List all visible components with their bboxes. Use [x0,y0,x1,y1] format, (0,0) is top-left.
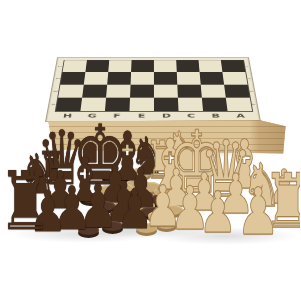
chess-case: HGFEDCBA 1234 1234 [45,57,261,122]
board-square [154,85,178,98]
file-label: B [203,112,229,122]
board-square [80,98,106,112]
pawn-glyph: ♟ [43,164,78,216]
board-square [105,98,130,112]
dark-knight-piece: ♞ [11,147,66,202]
board-square [108,60,131,72]
file-label: G [79,112,105,122]
checker-disc-light [166,193,187,203]
board-square [154,60,177,72]
dark-pawn-piece: ♟ [34,164,86,216]
file-label: E [129,112,154,122]
board-square [130,85,154,98]
rank-mark: 4 [250,102,256,106]
rook-glyph: ♜ [37,146,67,190]
file-label: A [228,112,254,122]
checker-disc-light [98,185,119,195]
board-square [154,72,177,84]
rank-mark: 2 [55,77,61,80]
light-knight-piece: ♞ [232,155,292,215]
file-label: D [154,112,179,122]
board-square [201,85,226,98]
board-square [200,72,224,84]
rank-mark: 1 [57,65,63,68]
board-square [85,60,109,72]
rank-mark: 4 [50,102,56,106]
checker-disc-dark [102,171,123,181]
board-square [56,98,82,112]
board-square [129,98,154,112]
file-labels: HGFEDCBA [54,112,254,122]
board-square [106,85,130,98]
board-square [58,85,84,98]
rank-mark: 1 [243,65,249,68]
light-pawn-piece: ♟ [178,166,230,218]
pawn-glyph: ♟ [218,167,255,222]
board-square [176,60,199,72]
file-label: H [54,112,80,122]
knight-glyph: ♞ [20,147,57,202]
checker-disc-dark [94,201,115,211]
board-square [131,60,154,72]
board-square [82,85,107,98]
rank-mark: 2 [245,77,251,80]
pawn-glyph: ♟ [187,166,222,218]
checker-disc-light [156,219,177,229]
checker-disc-light [136,223,157,233]
board-square [154,98,179,112]
board-square [199,60,223,72]
light-pawn-piece: ♟ [209,167,264,222]
board-square [107,72,131,84]
board-frame: HGFEDCBA 1234 1234 [45,57,261,122]
board-square [60,72,85,84]
board-square [177,72,201,84]
scene: HGFEDCBA 1234 1234 ♞♜♛♚♝♞♝♟♟♟♟♟♟♟♟♜♞♜♝♚♛… [0,0,300,300]
board-square [84,72,108,84]
checker-disc-dark [78,225,99,235]
rank-mark: 3 [52,89,58,93]
pawn-glyph: ♟ [268,163,300,210]
board-square [63,60,87,72]
piece-shadow [140,146,270,158]
checker-disc-dark [102,221,123,231]
board-square [131,72,154,84]
board-grid [56,60,252,111]
file-label: F [104,112,129,122]
dark-rook-piece: ♜ [30,146,74,190]
rank-mark: 3 [247,89,253,93]
file-label: C [179,112,204,122]
board-square [178,98,203,112]
knight-glyph: ♞ [242,155,282,215]
light-pawn-piece: ♟ [261,163,301,210]
board-square [202,98,228,112]
board-square [177,85,202,98]
piece-shadow [150,227,300,245]
